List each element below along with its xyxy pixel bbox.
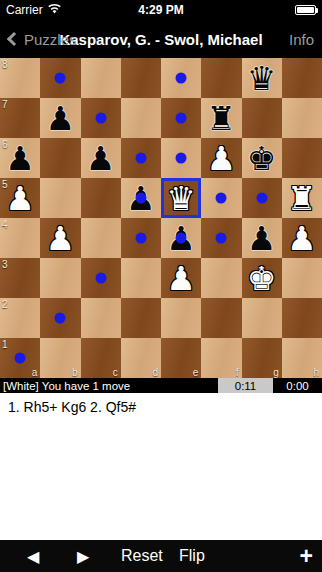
square-d8[interactable] <box>121 58 161 98</box>
carrier-label: Carrier <box>6 3 43 17</box>
next-move-icon: ▶ <box>77 547 89 566</box>
back-button[interactable]: Puzzles <box>7 20 77 58</box>
square-d6[interactable] <box>121 138 161 178</box>
square-g6[interactable]: ♚ <box>242 138 282 178</box>
square-h7[interactable] <box>282 98 322 138</box>
square-f4[interactable] <box>201 218 241 258</box>
white-pawn-piece: ♟ <box>40 218 80 258</box>
square-f2[interactable] <box>201 298 241 338</box>
square-a3[interactable]: 3 <box>0 258 40 298</box>
chess-board: 8♛7♟♜6♟♟♟♚5♟♟♛♜4♟♟♟♟3♟♚21abcdefgh <box>0 58 322 378</box>
battery-icon <box>295 5 316 15</box>
square-a7[interactable]: 7 <box>0 98 40 138</box>
white-clock: 0:11 <box>218 378 273 393</box>
white-pawn-piece: ♟ <box>282 218 322 258</box>
square-c5[interactable] <box>81 178 121 218</box>
reset-button[interactable]: Reset <box>121 540 163 572</box>
rank-label-3: 3 <box>2 259 8 270</box>
black-pawn-piece: ♟ <box>40 98 80 138</box>
square-b5[interactable] <box>40 178 80 218</box>
square-a1[interactable]: 1a <box>0 338 40 378</box>
square-b4[interactable]: ♟ <box>40 218 80 258</box>
square-d3[interactable] <box>121 258 161 298</box>
solution-moves: 1. Rh5+ Kg6 2. Qf5# <box>0 393 322 415</box>
rank-label-8: 8 <box>2 59 8 70</box>
back-button-label: Puzzles <box>24 31 77 48</box>
square-e1[interactable]: e <box>161 338 201 378</box>
square-f7[interactable]: ♜ <box>201 98 241 138</box>
legal-move-dot[interactable] <box>95 113 106 124</box>
square-f8[interactable] <box>201 58 241 98</box>
wifi-icon <box>47 3 62 17</box>
info-button[interactable]: Info <box>289 20 314 58</box>
legal-move-dot[interactable] <box>55 73 66 84</box>
square-c8[interactable] <box>81 58 121 98</box>
white-queen-piece: ♛ <box>161 178 201 218</box>
page-title: Kasparov, G. - Swol, Michael <box>59 31 262 48</box>
legal-move-dot[interactable] <box>95 273 106 284</box>
black-rook-piece: ♜ <box>201 98 241 138</box>
file-label-c: c <box>113 367 118 378</box>
square-a5[interactable]: 5♟ <box>0 178 40 218</box>
black-clock: 0:00 <box>273 378 322 393</box>
legal-move-dot[interactable] <box>176 233 187 244</box>
black-pawn-piece: ♟ <box>0 138 40 178</box>
chevron-left-icon <box>7 32 21 46</box>
square-d4[interactable] <box>121 218 161 258</box>
black-pawn-piece: ♟ <box>81 138 121 178</box>
square-h5[interactable]: ♜ <box>282 178 322 218</box>
square-h2[interactable] <box>282 298 322 338</box>
square-c4[interactable] <box>81 218 121 258</box>
square-e7[interactable] <box>161 98 201 138</box>
legal-move-dot[interactable] <box>135 233 146 244</box>
square-g5[interactable] <box>242 178 282 218</box>
square-b3[interactable] <box>40 258 80 298</box>
legal-move-dot[interactable] <box>176 153 187 164</box>
square-g1[interactable]: g <box>242 338 282 378</box>
square-a6[interactable]: 6♟ <box>0 138 40 178</box>
previous-move-icon: ◀ <box>27 547 39 566</box>
file-label-d: d <box>152 367 158 378</box>
square-g4[interactable]: ♟ <box>242 218 282 258</box>
next-move-button[interactable]: ▶ <box>77 540 89 572</box>
square-g8[interactable]: ♛ <box>242 58 282 98</box>
square-c2[interactable] <box>81 298 121 338</box>
square-e3[interactable]: ♟ <box>161 258 201 298</box>
file-label-b: b <box>72 367 78 378</box>
square-e6[interactable] <box>161 138 201 178</box>
app-window: Carrier 4:29 PM Puzzles Kasparov, G. - S… <box>0 0 322 572</box>
legal-move-dot[interactable] <box>135 153 146 164</box>
square-e5[interactable]: ♛ <box>161 178 201 218</box>
square-c1[interactable]: c <box>81 338 121 378</box>
square-h1[interactable]: h <box>282 338 322 378</box>
square-b2[interactable] <box>40 298 80 338</box>
plus-icon: + <box>300 543 313 570</box>
square-d1[interactable]: d <box>121 338 161 378</box>
square-c6[interactable]: ♟ <box>81 138 121 178</box>
legal-move-dot[interactable] <box>55 313 66 324</box>
square-g3[interactable]: ♚ <box>242 258 282 298</box>
square-c7[interactable] <box>81 98 121 138</box>
legal-move-dot[interactable] <box>176 73 187 84</box>
navigation-bar: Puzzles Kasparov, G. - Swol, Michael Inf… <box>0 20 322 58</box>
legal-move-dot[interactable] <box>15 353 26 364</box>
rank-label-4: 4 <box>2 219 8 230</box>
square-h3[interactable] <box>282 258 322 298</box>
square-b8[interactable] <box>40 58 80 98</box>
legal-move-dot[interactable] <box>216 233 227 244</box>
square-f5[interactable] <box>201 178 241 218</box>
square-c3[interactable] <box>81 258 121 298</box>
white-king-piece: ♚ <box>242 258 282 298</box>
square-b7[interactable]: ♟ <box>40 98 80 138</box>
square-e4[interactable]: ♟ <box>161 218 201 258</box>
black-king-piece: ♚ <box>242 138 282 178</box>
legal-move-dot[interactable] <box>176 113 187 124</box>
file-label-e: e <box>193 367 199 378</box>
square-f3[interactable] <box>201 258 241 298</box>
turn-message: [White] You have 1 move <box>0 380 218 392</box>
move-list-panel: 1. Rh5+ Kg6 2. Qf5# <box>0 393 322 540</box>
square-g2[interactable] <box>242 298 282 338</box>
status-bar: Carrier 4:29 PM <box>0 0 322 20</box>
square-d2[interactable] <box>121 298 161 338</box>
square-e2[interactable] <box>161 298 201 338</box>
legal-move-dot[interactable] <box>216 193 227 204</box>
add-button[interactable]: + <box>300 540 313 572</box>
square-e8[interactable] <box>161 58 201 98</box>
previous-move-button[interactable]: ◀ <box>27 540 39 572</box>
rank-label-1: 1 <box>2 339 8 350</box>
square-d7[interactable] <box>121 98 161 138</box>
legal-move-dot[interactable] <box>256 193 267 204</box>
square-a2[interactable]: 2 <box>0 298 40 338</box>
black-queen-piece: ♛ <box>242 58 282 98</box>
flip-button[interactable]: Flip <box>179 540 205 572</box>
square-a4[interactable]: 4 <box>0 218 40 258</box>
square-d5[interactable]: ♟ <box>121 178 161 218</box>
white-rook-piece: ♜ <box>282 178 322 218</box>
rank-label-2: 2 <box>2 299 8 310</box>
square-h4[interactable]: ♟ <box>282 218 322 258</box>
white-pawn-piece: ♟ <box>161 258 201 298</box>
square-f1[interactable]: f <box>201 338 241 378</box>
square-g7[interactable] <box>242 98 282 138</box>
game-status-strip: [White] You have 1 move 0:11 0:00 <box>0 378 322 393</box>
square-h8[interactable] <box>282 58 322 98</box>
file-label-h: h <box>313 367 319 378</box>
square-f6[interactable]: ♟ <box>201 138 241 178</box>
rank-label-7: 7 <box>2 99 8 110</box>
black-pawn-piece: ♟ <box>242 218 282 258</box>
square-b6[interactable] <box>40 138 80 178</box>
square-h6[interactable] <box>282 138 322 178</box>
square-b1[interactable]: b <box>40 338 80 378</box>
bottom-toolbar: ◀ ▶ Reset Flip + <box>0 540 322 572</box>
legal-move-dot[interactable] <box>135 193 146 204</box>
file-label-g: g <box>273 367 279 378</box>
file-label-f: f <box>236 367 239 378</box>
file-label-a: a <box>32 367 38 378</box>
white-pawn-piece: ♟ <box>201 138 241 178</box>
square-a8[interactable]: 8 <box>0 58 40 98</box>
white-pawn-piece: ♟ <box>0 178 40 218</box>
